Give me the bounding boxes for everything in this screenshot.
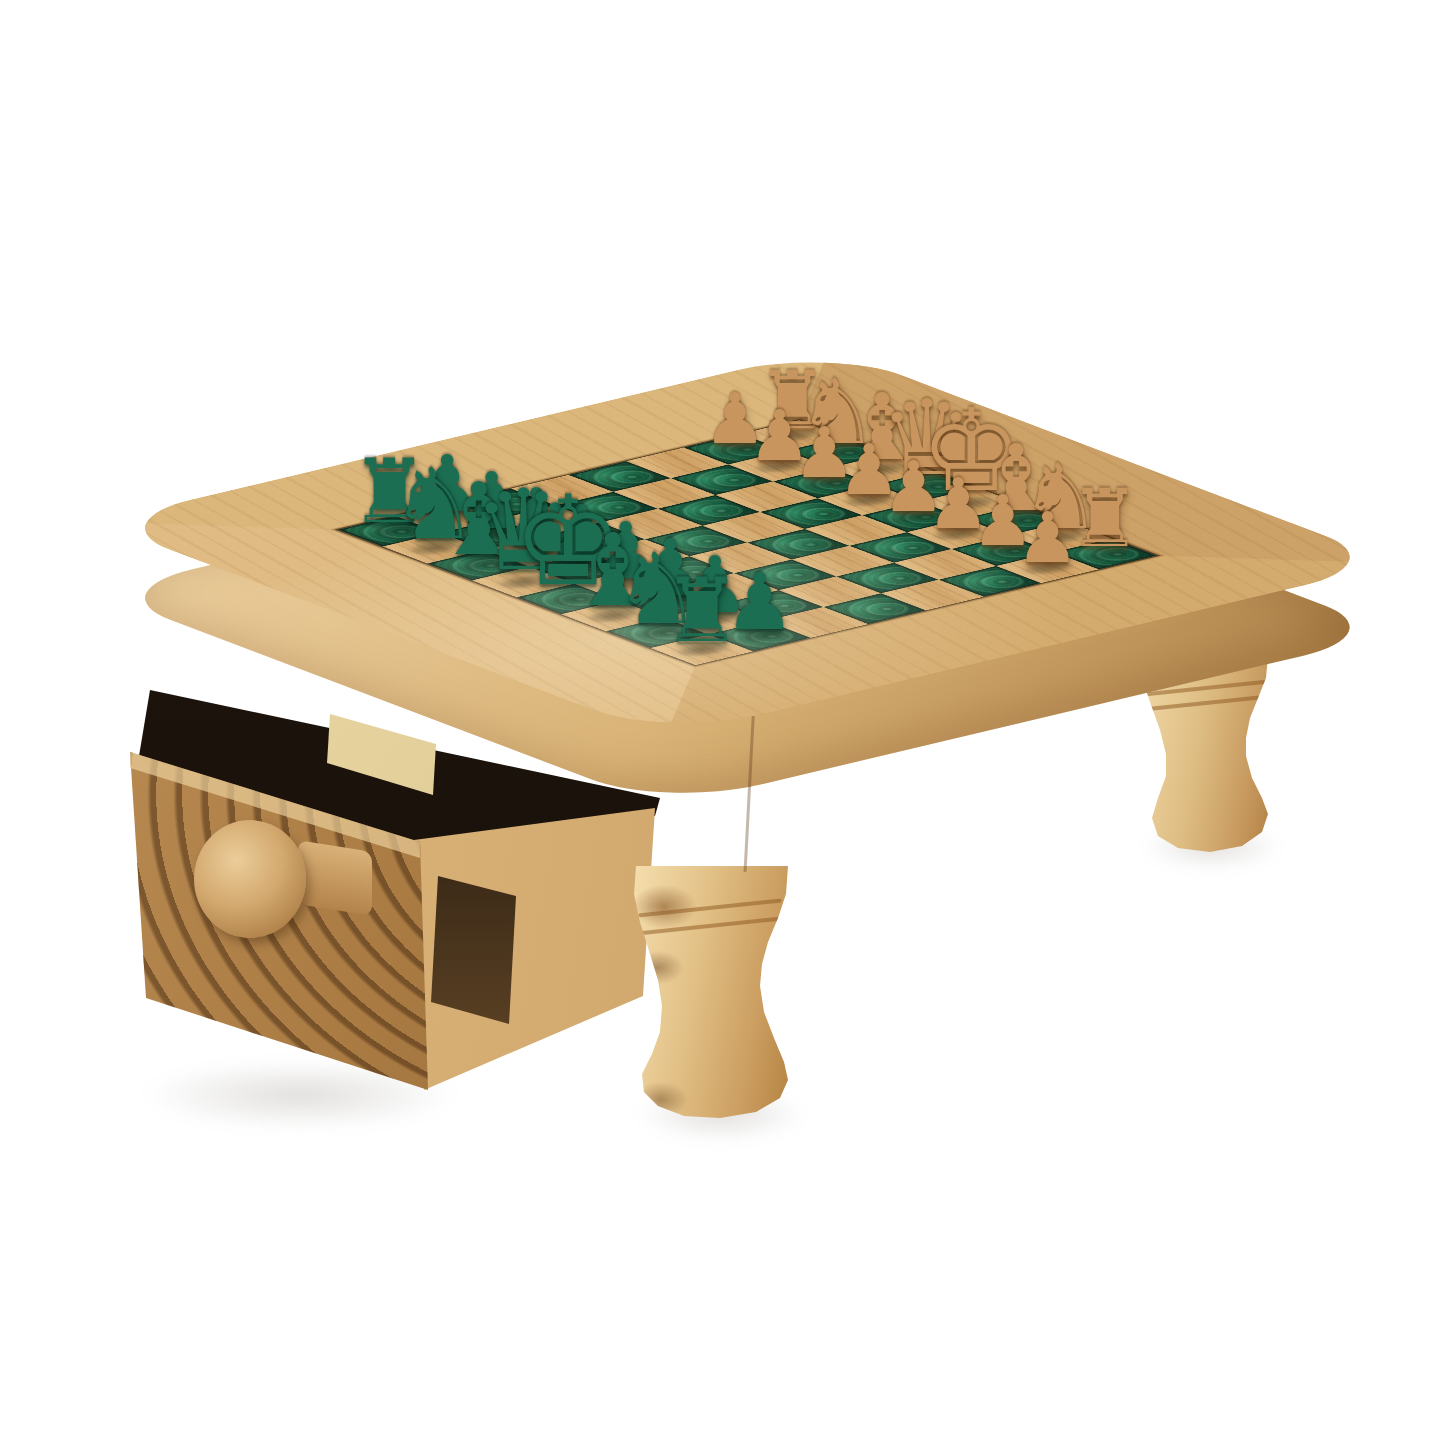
- drawer-knob[interactable]: [194, 820, 306, 938]
- product-photo-chess-table: ♜♞♝♛♚♝♞♜♟♟♟♟♟♟♟♟♟♟♟♟♟♟♟♟♜♞♝♛♚♝♞♜: [0, 0, 1445, 1445]
- drawer-ground-shadow: [140, 1060, 460, 1130]
- leg-ring-groove: [638, 898, 782, 917]
- piece-natural-pawn[interactable]: ♟: [968, 504, 1128, 574]
- front-turned-leg: [628, 866, 792, 1120]
- leg-ring-groove: [1148, 695, 1264, 711]
- leg-ring-groove: [640, 917, 780, 936]
- chess-board[interactable]: ♜♞♝♛♚♝♞♜♟♟♟♟♟♟♟♟♟♟♟♟♟♟♟♟♜♞♝♛♚♝♞♜: [338, 420, 1156, 665]
- piece-green-rook[interactable]: ♜: [622, 568, 782, 656]
- drawer-knob-shaft: [298, 840, 372, 916]
